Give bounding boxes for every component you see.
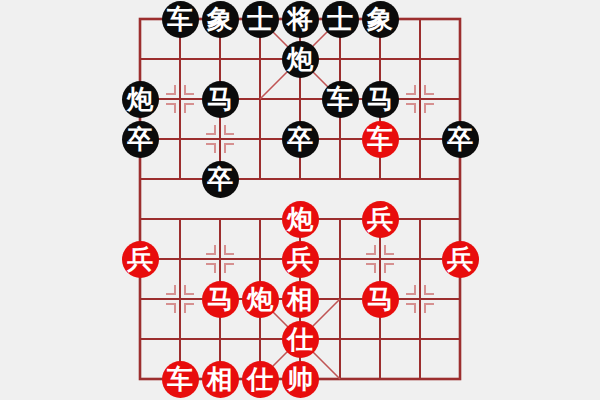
star-bracket [224, 263, 234, 273]
piece-red-general[interactable]: 帅 [282, 361, 319, 398]
piece-red-horse[interactable]: 马 [202, 281, 239, 318]
star-bracket [206, 143, 216, 153]
star-bracket [366, 245, 376, 255]
star-bracket [424, 303, 434, 313]
star-bracket [406, 85, 416, 95]
star-bracket [224, 245, 234, 255]
star-point-marker [160, 279, 200, 319]
piece-black-advisor[interactable]: 士 [242, 1, 279, 38]
star-bracket [224, 143, 234, 153]
star-bracket [184, 285, 194, 295]
star-bracket [366, 263, 376, 273]
piece-black-cannon[interactable]: 炮 [122, 81, 159, 118]
star-bracket [424, 85, 434, 95]
star-point-marker [200, 239, 240, 279]
piece-red-soldier[interactable]: 兵 [362, 201, 399, 238]
star-point-marker [160, 79, 200, 119]
star-bracket [166, 285, 176, 295]
piece-black-horse[interactable]: 马 [362, 81, 399, 118]
star-bracket [224, 125, 234, 135]
star-bracket [406, 285, 416, 295]
piece-red-advisor[interactable]: 仕 [242, 361, 279, 398]
piece-red-chariot[interactable]: 车 [162, 361, 199, 398]
piece-black-soldier[interactable]: 卒 [282, 121, 319, 158]
piece-black-advisor[interactable]: 士 [322, 1, 359, 38]
piece-black-chariot[interactable]: 车 [162, 1, 199, 38]
star-bracket [206, 263, 216, 273]
piece-black-horse[interactable]: 马 [202, 81, 239, 118]
board-intersections: 车象士将士象炮炮马车马卒卒车卒卒炮兵兵兵兵马炮相马仕车相仕帅 [120, 0, 480, 399]
piece-black-cannon[interactable]: 炮 [282, 41, 319, 78]
star-bracket [424, 103, 434, 113]
star-bracket [166, 103, 176, 113]
piece-red-soldier[interactable]: 兵 [442, 241, 479, 278]
piece-black-elephant[interactable]: 象 [202, 1, 239, 38]
star-bracket [384, 263, 394, 273]
star-bracket [184, 85, 194, 95]
star-bracket [406, 103, 416, 113]
piece-black-chariot[interactable]: 车 [322, 81, 359, 118]
star-bracket [424, 285, 434, 295]
piece-red-advisor[interactable]: 仕 [282, 321, 319, 358]
star-bracket [384, 245, 394, 255]
piece-red-horse[interactable]: 马 [362, 281, 399, 318]
xiangqi-board: 车象士将士象炮炮马车马卒卒车卒卒炮兵兵兵兵马炮相马仕车相仕帅 [0, 0, 600, 400]
star-bracket [206, 245, 216, 255]
star-bracket [406, 303, 416, 313]
star-point-marker [400, 279, 440, 319]
piece-red-elephant[interactable]: 相 [282, 281, 319, 318]
piece-red-soldier[interactable]: 兵 [122, 241, 159, 278]
star-point-marker [400, 79, 440, 119]
piece-black-general[interactable]: 将 [282, 1, 319, 38]
piece-black-soldier[interactable]: 卒 [442, 121, 479, 158]
star-point-marker [200, 119, 240, 159]
piece-red-elephant[interactable]: 相 [202, 361, 239, 398]
piece-red-cannon[interactable]: 炮 [282, 201, 319, 238]
star-bracket [166, 85, 176, 95]
piece-black-soldier[interactable]: 卒 [122, 121, 159, 158]
star-point-marker [360, 239, 400, 279]
piece-red-chariot[interactable]: 车 [362, 121, 399, 158]
star-bracket [166, 303, 176, 313]
star-bracket [184, 103, 194, 113]
piece-black-soldier[interactable]: 卒 [202, 161, 239, 198]
piece-red-cannon[interactable]: 炮 [242, 281, 279, 318]
star-bracket [206, 125, 216, 135]
piece-red-soldier[interactable]: 兵 [282, 241, 319, 278]
piece-black-elephant[interactable]: 象 [362, 1, 399, 38]
star-bracket [184, 303, 194, 313]
